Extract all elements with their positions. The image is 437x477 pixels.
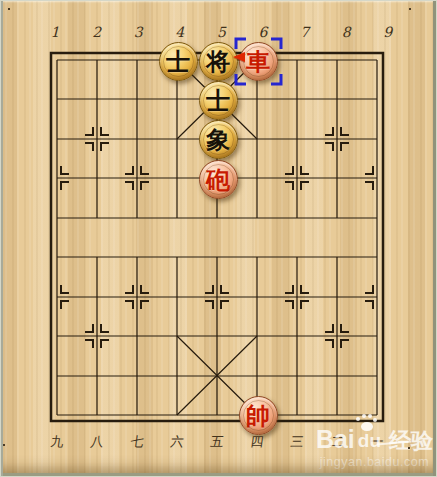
corner-dot <box>408 447 410 449</box>
file-label-top-1: 1 <box>44 24 66 40</box>
file-label-top-8: 8 <box>335 24 357 40</box>
file-label-bottom-1: 九 <box>45 433 70 451</box>
file-label-top-9: 9 <box>377 24 399 40</box>
piece-black-elephant[interactable]: 象 <box>199 120 238 159</box>
piece-glyph: 士 <box>206 89 230 113</box>
file-label-top-6: 6 <box>252 24 274 40</box>
file-label-top-5: 5 <box>210 24 232 40</box>
jingyan-brand-text: 经验 <box>389 430 433 452</box>
file-label-top-3: 3 <box>127 24 149 40</box>
piece-red-cannon[interactable]: 砲 <box>199 160 238 199</box>
corner-dot <box>8 8 10 10</box>
piece-black-advisor-a[interactable]: 士 <box>159 42 198 81</box>
watermark: Bai du 经验 jingyan.baidu.com <box>316 427 433 469</box>
piece-black-advisor-b[interactable]: 士 <box>199 81 238 120</box>
piece-glyph: 砲 <box>206 168 230 192</box>
piece-red-general[interactable]: 帥 <box>239 396 278 435</box>
file-label-bottom-2: 八 <box>85 433 110 451</box>
file-label-bottom-5: 五 <box>205 433 230 451</box>
piece-glyph: 象 <box>206 128 230 152</box>
xiangqi-board: Bai du 经验 jingyan.baidu.com 123456789九八七… <box>0 0 437 477</box>
piece-glyph: 車 <box>246 50 270 74</box>
piece-glyph: 帥 <box>246 404 270 428</box>
file-label-bottom-3: 七 <box>125 433 150 451</box>
file-label-top-4: 4 <box>169 24 191 40</box>
baidu-logo-text: Bai <box>316 427 355 452</box>
check-marker-arrow <box>233 52 245 62</box>
piece-glyph: 将 <box>206 50 230 74</box>
file-label-bottom-4: 六 <box>165 433 190 451</box>
file-label-top-7: 7 <box>294 24 316 40</box>
piece-glyph: 士 <box>166 50 190 74</box>
corner-dot <box>409 8 411 10</box>
watermark-url: jingyan.baidu.com <box>316 455 433 469</box>
file-label-bottom-6: 四 <box>245 433 270 451</box>
baidu-logo-du: du <box>358 430 381 452</box>
file-label-top-2: 2 <box>86 24 108 40</box>
corner-dot <box>3 444 5 446</box>
paw-icon <box>356 415 380 430</box>
piece-black-general[interactable]: 将 <box>199 42 238 81</box>
file-label-bottom-7: 三 <box>285 433 310 451</box>
